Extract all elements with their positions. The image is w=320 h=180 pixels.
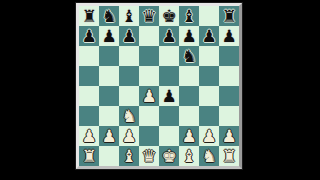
white-king[interactable]: ♚ [161, 146, 176, 166]
square-b7[interactable]: ♟ [99, 26, 119, 46]
black-pawn[interactable]: ♟ [221, 26, 236, 46]
square-h6[interactable] [219, 46, 239, 66]
square-f5[interactable] [179, 66, 199, 86]
square-f7[interactable]: ♟ [179, 26, 199, 46]
square-d3[interactable] [139, 106, 159, 126]
black-knight[interactable]: ♞ [101, 6, 116, 26]
black-pawn[interactable]: ♟ [81, 26, 96, 46]
black-pawn[interactable]: ♟ [101, 26, 116, 46]
square-d1[interactable]: ♛ [139, 146, 159, 166]
white-pawn[interactable]: ♟ [101, 126, 116, 146]
square-g2[interactable]: ♟ [199, 126, 219, 146]
square-d5[interactable] [139, 66, 159, 86]
white-rook[interactable]: ♜ [81, 146, 96, 166]
square-e7[interactable]: ♟ [159, 26, 179, 46]
black-king[interactable]: ♚ [161, 6, 176, 26]
square-c8[interactable]: ♝ [119, 6, 139, 26]
square-f4[interactable] [179, 86, 199, 106]
square-g4[interactable] [199, 86, 219, 106]
square-b8[interactable]: ♞ [99, 6, 119, 26]
square-g7[interactable]: ♟ [199, 26, 219, 46]
square-e3[interactable] [159, 106, 179, 126]
black-rook[interactable]: ♜ [221, 6, 236, 26]
black-pawn[interactable]: ♟ [201, 26, 216, 46]
square-h7[interactable]: ♟ [219, 26, 239, 46]
white-bishop[interactable]: ♝ [181, 146, 196, 166]
square-e1[interactable]: ♚ [159, 146, 179, 166]
square-d2[interactable] [139, 126, 159, 146]
black-queen[interactable]: ♛ [141, 6, 156, 26]
white-pawn[interactable]: ♟ [181, 126, 196, 146]
square-c6[interactable] [119, 46, 139, 66]
square-c3[interactable]: ♞ [119, 106, 139, 126]
white-queen[interactable]: ♛ [141, 146, 156, 166]
square-c7[interactable]: ♟ [119, 26, 139, 46]
square-h1[interactable]: ♜ [219, 146, 239, 166]
black-bishop[interactable]: ♝ [181, 6, 196, 26]
white-pawn[interactable]: ♟ [81, 126, 96, 146]
white-pawn[interactable]: ♟ [201, 126, 216, 146]
square-g6[interactable] [199, 46, 219, 66]
white-bishop[interactable]: ♝ [121, 146, 136, 166]
black-pawn[interactable]: ♟ [161, 26, 176, 46]
square-f2[interactable]: ♟ [179, 126, 199, 146]
square-a8[interactable]: ♜ [79, 6, 99, 26]
square-c4[interactable] [119, 86, 139, 106]
square-h8[interactable]: ♜ [219, 6, 239, 26]
square-a1[interactable]: ♜ [79, 146, 99, 166]
square-e2[interactable] [159, 126, 179, 146]
square-f6[interactable]: ♞ [179, 46, 199, 66]
black-knight[interactable]: ♞ [181, 46, 196, 66]
square-g8[interactable] [199, 6, 219, 26]
square-e4[interactable]: ♟ [159, 86, 179, 106]
square-g3[interactable] [199, 106, 219, 126]
square-b6[interactable] [99, 46, 119, 66]
black-pawn[interactable]: ♟ [121, 26, 136, 46]
black-bishop[interactable]: ♝ [121, 6, 136, 26]
square-e6[interactable] [159, 46, 179, 66]
square-b3[interactable] [99, 106, 119, 126]
chess-board: ♜♞♝♛♚♝♜♟♟♟♟♟♟♟♞♟♟♞♟♟♟♟♟♟♜♝♛♚♝♞♜ [76, 3, 242, 169]
square-a5[interactable] [79, 66, 99, 86]
square-f1[interactable]: ♝ [179, 146, 199, 166]
black-rook[interactable]: ♜ [81, 6, 96, 26]
square-a4[interactable] [79, 86, 99, 106]
square-b2[interactable]: ♟ [99, 126, 119, 146]
square-c2[interactable]: ♟ [119, 126, 139, 146]
square-a6[interactable] [79, 46, 99, 66]
white-knight[interactable]: ♞ [201, 146, 216, 166]
square-b5[interactable] [99, 66, 119, 86]
square-e8[interactable]: ♚ [159, 6, 179, 26]
square-h3[interactable] [219, 106, 239, 126]
white-pawn[interactable]: ♟ [221, 126, 236, 146]
square-b4[interactable] [99, 86, 119, 106]
square-h2[interactable]: ♟ [219, 126, 239, 146]
square-h5[interactable] [219, 66, 239, 86]
square-h4[interactable] [219, 86, 239, 106]
white-rook[interactable]: ♜ [221, 146, 236, 166]
white-pawn[interactable]: ♟ [121, 126, 136, 146]
square-b1[interactable] [99, 146, 119, 166]
square-e5[interactable] [159, 66, 179, 86]
white-pawn[interactable]: ♟ [141, 86, 156, 106]
square-c5[interactable] [119, 66, 139, 86]
square-a2[interactable]: ♟ [79, 126, 99, 146]
square-c1[interactable]: ♝ [119, 146, 139, 166]
white-knight[interactable]: ♞ [121, 106, 136, 126]
black-pawn[interactable]: ♟ [181, 26, 196, 46]
square-d7[interactable] [139, 26, 159, 46]
square-d6[interactable] [139, 46, 159, 66]
square-a7[interactable]: ♟ [79, 26, 99, 46]
square-d4[interactable]: ♟ [139, 86, 159, 106]
square-f3[interactable] [179, 106, 199, 126]
board-grid: ♜♞♝♛♚♝♜♟♟♟♟♟♟♟♞♟♟♞♟♟♟♟♟♟♜♝♛♚♝♞♜ [79, 6, 239, 166]
square-f8[interactable]: ♝ [179, 6, 199, 26]
square-g1[interactable]: ♞ [199, 146, 219, 166]
black-pawn[interactable]: ♟ [161, 86, 176, 106]
square-a3[interactable] [79, 106, 99, 126]
square-d8[interactable]: ♛ [139, 6, 159, 26]
app-background: ♜♞♝♛♚♝♜♟♟♟♟♟♟♟♞♟♟♞♟♟♟♟♟♟♜♝♛♚♝♞♜ [0, 0, 320, 180]
square-g5[interactable] [199, 66, 219, 86]
